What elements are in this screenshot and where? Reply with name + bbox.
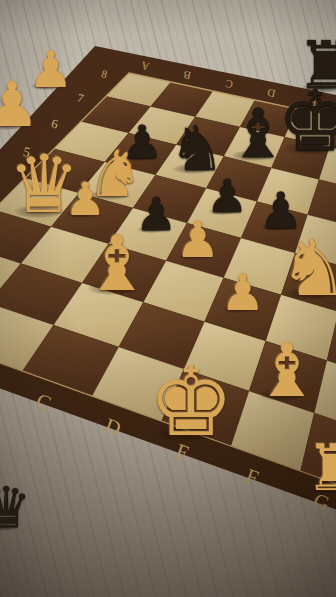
piece-white-pawn-d4[interactable]: ♟ bbox=[176, 215, 221, 265]
piece-white-rook-g1[interactable]: ♜ bbox=[305, 436, 336, 500]
white-rook-glyph: ♜ bbox=[305, 431, 336, 505]
white-king-glyph: ♚ bbox=[148, 346, 234, 458]
captured-black-piece-floor[interactable]: ♛ bbox=[0, 480, 31, 536]
white-pawn-glyph: ♟ bbox=[221, 264, 266, 322]
piece-white-knight-f4[interactable]: ♞ bbox=[279, 229, 336, 307]
captured-white-pawn-floor-2[interactable]: ♟ bbox=[0, 74, 40, 136]
piece-black-bishop-d7[interactable]: ♝ bbox=[228, 100, 289, 168]
white-bishop-glyph: ♝ bbox=[254, 327, 320, 413]
piece-white-pawn-e3[interactable]: ♟ bbox=[221, 268, 266, 318]
piece-white-pawn-b4[interactable]: ♟ bbox=[64, 176, 105, 222]
piece-white-bishop-b3[interactable]: ♝ bbox=[83, 226, 151, 302]
chess-photo-scene: ABCDEFGHABCDEFGH87654321 ♚♝♟♞♟♞♟♟♛♟♟♞♝♟♝… bbox=[0, 0, 336, 597]
piece-white-bishop-f2[interactable]: ♝ bbox=[254, 333, 320, 407]
white-knight-glyph: ♞ bbox=[279, 223, 336, 313]
piece-white-king-e1[interactable]: ♚ bbox=[148, 354, 234, 450]
black-queen-glyph: ♛ bbox=[0, 475, 31, 540]
white-pawn-glyph: ♟ bbox=[176, 211, 221, 269]
white-bishop-glyph: ♝ bbox=[83, 219, 151, 308]
white-pawn-glyph: ♟ bbox=[0, 68, 40, 141]
black-bishop-glyph: ♝ bbox=[228, 94, 289, 173]
